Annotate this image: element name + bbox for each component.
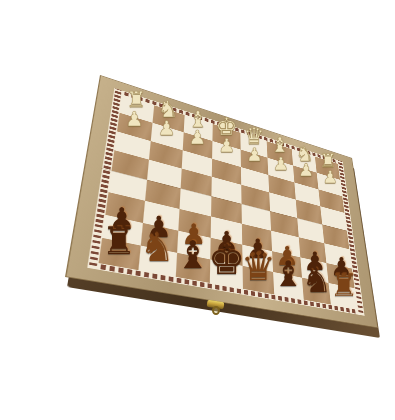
brass-clasp-icon [205, 300, 227, 318]
clasp-loop [212, 306, 220, 315]
chess-set-product-photo: ♜♞♝♛♚♝♞♜♟♟♟♟♟♟♟♟♟♟♟♟♟♟♟♟♜♞♝♛♚♝♞♜ [0, 0, 395, 420]
